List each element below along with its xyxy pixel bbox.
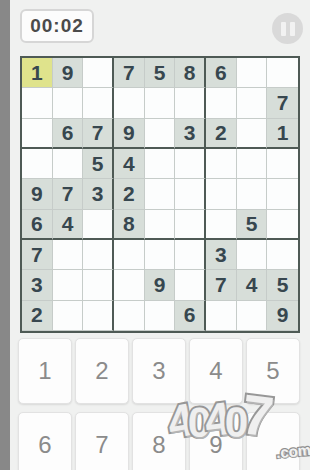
numpad-button-2[interactable]: 2 [75,338,129,404]
cell-r5c2[interactable]: 7 [53,179,84,209]
cell-r6c4[interactable]: 8 [114,210,145,240]
cell-r4c9[interactable] [267,149,298,179]
cell-r5c9[interactable] [267,179,298,209]
cell-r1c5[interactable]: 5 [145,58,176,88]
sudoku-board: 197586767932154973264857339745269 [20,56,300,333]
cell-r7c1[interactable]: 7 [22,240,53,270]
pause-icon [281,22,286,36]
numpad-row-1: 12345 [18,338,302,404]
cell-r8c8[interactable]: 4 [237,270,268,300]
cell-r4c4[interactable]: 4 [114,149,145,179]
cell-r4c7[interactable] [206,149,237,179]
cell-r7c5[interactable] [145,240,176,270]
cell-r8c4[interactable] [114,270,145,300]
cell-r8c7[interactable]: 7 [206,270,237,300]
numpad-button-6[interactable]: 6 [18,412,72,470]
cell-r5c7[interactable] [206,179,237,209]
numpad-row-2: 6789 [18,412,302,470]
cell-r4c8[interactable] [237,149,268,179]
cell-r2c7[interactable] [206,88,237,118]
cell-r3c7[interactable]: 2 [206,119,237,149]
cell-r3c3[interactable]: 7 [83,119,114,149]
cell-r5c3[interactable]: 3 [83,179,114,209]
cell-r1c8[interactable] [237,58,268,88]
cell-r1c2[interactable]: 9 [53,58,84,88]
cell-r2c9[interactable]: 7 [267,88,298,118]
cell-r9c6[interactable]: 6 [175,301,206,331]
cell-r5c5[interactable] [145,179,176,209]
cell-r1c1[interactable]: 1 [22,58,53,88]
numpad-button-8[interactable]: 8 [132,412,186,470]
cell-r9c7[interactable] [206,301,237,331]
cell-r2c2[interactable] [53,88,84,118]
cell-r8c3[interactable] [83,270,114,300]
cell-r3c9[interactable]: 1 [267,119,298,149]
cell-r5c1[interactable]: 9 [22,179,53,209]
numpad-button-blank[interactable] [246,412,300,470]
cell-r4c5[interactable] [145,149,176,179]
cell-r2c4[interactable] [114,88,145,118]
cell-r5c8[interactable] [237,179,268,209]
cell-r8c2[interactable] [53,270,84,300]
cell-r4c1[interactable] [22,149,53,179]
cell-r2c1[interactable] [22,88,53,118]
numpad-button-3[interactable]: 3 [132,338,186,404]
cell-r2c3[interactable] [83,88,114,118]
cell-r2c5[interactable] [145,88,176,118]
cell-r6c6[interactable] [175,210,206,240]
numpad-button-5[interactable]: 5 [246,338,300,404]
cell-r8c5[interactable]: 9 [145,270,176,300]
cell-r2c6[interactable] [175,88,206,118]
cell-r9c2[interactable] [53,301,84,331]
numpad-button-1[interactable]: 1 [18,338,72,404]
cell-r6c7[interactable] [206,210,237,240]
cell-r2c8[interactable] [237,88,268,118]
numpad-button-4[interactable]: 4 [189,338,243,404]
cell-r5c6[interactable] [175,179,206,209]
cell-r4c2[interactable] [53,149,84,179]
cell-r3c6[interactable]: 3 [175,119,206,149]
numpad-button-9[interactable]: 9 [189,412,243,470]
cell-r7c2[interactable] [53,240,84,270]
cell-r6c9[interactable] [267,210,298,240]
cell-r7c7[interactable]: 3 [206,240,237,270]
cell-r7c8[interactable] [237,240,268,270]
cell-r9c1[interactable]: 2 [22,301,53,331]
cell-r4c6[interactable] [175,149,206,179]
cell-r3c8[interactable] [237,119,268,149]
cell-r5c4[interactable]: 2 [114,179,145,209]
cell-r3c4[interactable]: 9 [114,119,145,149]
cell-r3c5[interactable] [145,119,176,149]
cell-r9c4[interactable] [114,301,145,331]
cell-r6c2[interactable]: 4 [53,210,84,240]
cell-r4c3[interactable]: 5 [83,149,114,179]
timer: 00:02 [20,9,94,43]
timer-value: 00:02 [30,15,84,37]
cell-r1c9[interactable] [267,58,298,88]
cell-r1c3[interactable] [83,58,114,88]
cell-r6c8[interactable]: 5 [237,210,268,240]
cell-r6c1[interactable]: 6 [22,210,53,240]
cell-r7c6[interactable] [175,240,206,270]
cell-r9c8[interactable] [237,301,268,331]
cell-r7c3[interactable] [83,240,114,270]
cell-r6c3[interactable] [83,210,114,240]
cell-r1c7[interactable]: 6 [206,58,237,88]
cell-r9c9[interactable]: 9 [267,301,298,331]
cell-r9c3[interactable] [83,301,114,331]
numpad-button-7[interactable]: 7 [75,412,129,470]
cell-r7c9[interactable] [267,240,298,270]
cell-r8c9[interactable]: 5 [267,270,298,300]
cell-r3c2[interactable]: 6 [53,119,84,149]
cell-r3c1[interactable] [22,119,53,149]
pause-button[interactable] [272,13,303,44]
cell-r9c5[interactable] [145,301,176,331]
cell-r7c4[interactable] [114,240,145,270]
cell-r6c5[interactable] [145,210,176,240]
pause-icon [290,22,295,36]
cell-r1c6[interactable]: 8 [175,58,206,88]
cell-r8c1[interactable]: 3 [22,270,53,300]
cell-r1c4[interactable]: 7 [114,58,145,88]
cell-r8c6[interactable] [175,270,206,300]
sudoku-app: 00:02 197586767932154973264857339745269 … [10,0,310,470]
